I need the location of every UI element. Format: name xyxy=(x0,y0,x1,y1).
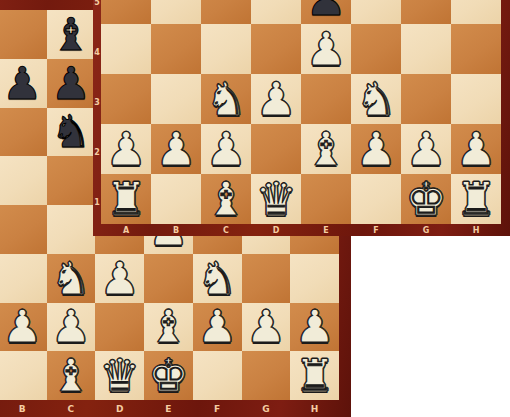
square-a5[interactable] xyxy=(101,0,151,24)
square-d2[interactable] xyxy=(95,303,144,352)
square-f3[interactable]: ♞ xyxy=(193,254,242,303)
diagram-canvas: ♝♟♟♞♟♞♟♞♟♟♝♟♟♟♝♛♚♜ BCDEFGH ♟♟♞♟♞♟♟♟♝♟♟♟♜… xyxy=(0,0,510,417)
white-pawn-c2[interactable]: ♟ xyxy=(51,304,91,349)
square-a2[interactable]: ♟ xyxy=(101,124,151,174)
square-b1[interactable] xyxy=(0,351,47,400)
square-g2[interactable]: ♟ xyxy=(242,303,291,352)
file-labels-top-right: ABCDEFGH xyxy=(101,224,501,236)
square-g3[interactable] xyxy=(401,74,451,124)
white-bishop-e2[interactable]: ♝ xyxy=(305,126,346,172)
square-a4[interactable] xyxy=(101,24,151,74)
square-c6[interactable]: ♞ xyxy=(47,108,96,157)
board-squares-top-right: ♟♟♞♟♞♟♟♟♝♟♟♟♜♝♛♚♜ xyxy=(101,0,501,224)
white-pawn-h2[interactable]: ♟ xyxy=(294,304,334,349)
white-king-e1[interactable]: ♚ xyxy=(148,353,188,398)
square-f5[interactable] xyxy=(351,0,401,24)
square-a1[interactable]: ♜ xyxy=(101,174,151,224)
square-e4[interactable]: ♟ xyxy=(301,24,351,74)
square-b7[interactable]: ♟ xyxy=(0,59,47,108)
file-label-D: D xyxy=(251,224,301,236)
square-b4[interactable] xyxy=(0,205,47,254)
square-h5[interactable] xyxy=(451,0,501,24)
square-h2[interactable]: ♟ xyxy=(290,303,339,352)
square-g1[interactable] xyxy=(242,351,291,400)
square-f2[interactable]: ♟ xyxy=(351,124,401,174)
white-bishop-c1[interactable]: ♝ xyxy=(205,176,246,222)
white-queen-d1[interactable]: ♛ xyxy=(99,353,139,398)
file-label-H: H xyxy=(290,400,339,417)
square-d1[interactable]: ♛ xyxy=(251,174,301,224)
rank-label-1: 1 xyxy=(93,177,101,227)
square-e1[interactable] xyxy=(301,174,351,224)
file-label-C: C xyxy=(201,224,251,236)
rank-labels-top-right: 54321 xyxy=(93,0,101,227)
white-pawn-c2[interactable]: ♟ xyxy=(205,126,246,172)
square-c3[interactable]: ♞ xyxy=(47,254,96,303)
square-g3[interactable] xyxy=(242,254,291,303)
square-f2[interactable]: ♟ xyxy=(193,303,242,352)
white-pawn-d3[interactable]: ♟ xyxy=(99,256,139,301)
square-c5[interactable] xyxy=(201,0,251,24)
square-c5[interactable] xyxy=(47,156,96,205)
white-knight-f3[interactable]: ♞ xyxy=(355,76,396,122)
white-pawn-b2[interactable]: ♟ xyxy=(2,304,42,349)
file-label-F: F xyxy=(193,400,242,417)
square-b2[interactable]: ♟ xyxy=(151,124,201,174)
square-d3[interactable]: ♟ xyxy=(251,74,301,124)
square-f4[interactable] xyxy=(351,24,401,74)
square-e5[interactable]: ♟ xyxy=(301,0,351,24)
square-c3[interactable]: ♞ xyxy=(201,74,251,124)
square-h3[interactable] xyxy=(451,74,501,124)
square-e3[interactable] xyxy=(144,254,193,303)
chessboard-top-right: ♟♟♞♟♞♟♟♟♝♟♟♟♜♝♛♚♜ 54321 ABCDEFGH xyxy=(93,0,510,236)
square-e2[interactable]: ♝ xyxy=(301,124,351,174)
file-label-E: E xyxy=(144,400,193,417)
white-knight-c3[interactable]: ♞ xyxy=(51,256,91,301)
white-pawn-f2[interactable]: ♟ xyxy=(355,126,396,172)
square-g1[interactable]: ♚ xyxy=(401,174,451,224)
file-labels-bottom-left: BCDEFGH xyxy=(0,400,339,417)
white-rook-h1[interactable]: ♜ xyxy=(294,353,334,398)
white-rook-h1[interactable]: ♜ xyxy=(455,176,496,222)
white-bishop-e2[interactable]: ♝ xyxy=(148,304,188,349)
white-knight-c3[interactable]: ♞ xyxy=(205,76,246,122)
file-label-G: G xyxy=(242,400,291,417)
square-b6[interactable] xyxy=(0,108,47,157)
file-label-B: B xyxy=(0,400,47,417)
white-pawn-h2[interactable]: ♟ xyxy=(455,126,496,172)
square-h2[interactable]: ♟ xyxy=(451,124,501,174)
file-label-B: B xyxy=(151,224,201,236)
white-rook-a1[interactable]: ♜ xyxy=(105,176,146,222)
rank-label-3: 3 xyxy=(93,77,101,127)
rank-label-2: 2 xyxy=(93,127,101,177)
square-d3[interactable]: ♟ xyxy=(95,254,144,303)
white-knight-f3[interactable]: ♞ xyxy=(197,256,237,301)
square-e3[interactable] xyxy=(301,74,351,124)
file-label-E: E xyxy=(301,224,351,236)
square-d1[interactable]: ♛ xyxy=(95,351,144,400)
square-e2[interactable]: ♝ xyxy=(144,303,193,352)
square-g2[interactable]: ♟ xyxy=(401,124,451,174)
square-h4[interactable] xyxy=(451,24,501,74)
black-knight-c6[interactable]: ♞ xyxy=(51,109,91,154)
white-pawn-b2[interactable]: ♟ xyxy=(155,126,196,172)
square-b8[interactable] xyxy=(0,10,47,59)
square-b5[interactable] xyxy=(151,0,201,24)
square-f1[interactable] xyxy=(193,351,242,400)
white-pawn-e4[interactable]: ♟ xyxy=(305,26,346,72)
square-h1[interactable]: ♜ xyxy=(451,174,501,224)
square-c2[interactable]: ♟ xyxy=(201,124,251,174)
square-c2[interactable]: ♟ xyxy=(47,303,96,352)
square-d2[interactable] xyxy=(251,124,301,174)
square-c1[interactable]: ♝ xyxy=(201,174,251,224)
square-d4[interactable] xyxy=(251,24,301,74)
square-b5[interactable] xyxy=(0,156,47,205)
file-label-H: H xyxy=(451,224,501,236)
black-bishop-c8[interactable]: ♝ xyxy=(51,12,91,57)
rank-label-4: 4 xyxy=(93,27,101,77)
square-b4[interactable] xyxy=(151,24,201,74)
square-c7[interactable]: ♟ xyxy=(47,59,96,108)
white-pawn-d3[interactable]: ♟ xyxy=(255,76,296,122)
square-c8[interactable]: ♝ xyxy=(47,10,96,59)
square-c4[interactable] xyxy=(201,24,251,74)
square-h3[interactable] xyxy=(290,254,339,303)
file-label-F: F xyxy=(351,224,401,236)
square-h1[interactable]: ♜ xyxy=(290,351,339,400)
file-label-G: G xyxy=(401,224,451,236)
rank-label-5: 5 xyxy=(93,0,101,27)
white-pawn-g2[interactable]: ♟ xyxy=(405,126,446,172)
white-king-g1[interactable]: ♚ xyxy=(405,176,446,222)
square-c4[interactable] xyxy=(47,205,96,254)
square-b2[interactable]: ♟ xyxy=(0,303,47,352)
white-pawn-f2[interactable]: ♟ xyxy=(197,304,237,349)
square-g5[interactable] xyxy=(401,0,451,24)
black-pawn-c7[interactable]: ♟ xyxy=(51,61,91,106)
file-label-D: D xyxy=(95,400,144,417)
square-d5[interactable] xyxy=(251,0,301,24)
file-label-A: A xyxy=(101,224,151,236)
white-pawn-g2[interactable]: ♟ xyxy=(246,304,286,349)
white-queen-d1[interactable]: ♛ xyxy=(255,176,296,222)
square-c1[interactable]: ♝ xyxy=(47,351,96,400)
square-g4[interactable] xyxy=(401,24,451,74)
black-pawn-e5[interactable]: ♟ xyxy=(305,0,346,22)
black-pawn-b7[interactable]: ♟ xyxy=(2,61,42,106)
square-b3[interactable] xyxy=(151,74,201,124)
square-a3[interactable] xyxy=(101,74,151,124)
square-e1[interactable]: ♚ xyxy=(144,351,193,400)
white-bishop-c1[interactable]: ♝ xyxy=(51,353,91,398)
square-f1[interactable] xyxy=(351,174,401,224)
square-b3[interactable] xyxy=(0,254,47,303)
square-b1[interactable] xyxy=(151,174,201,224)
square-f3[interactable]: ♞ xyxy=(351,74,401,124)
white-pawn-a2[interactable]: ♟ xyxy=(105,126,146,172)
file-label-C: C xyxy=(47,400,96,417)
